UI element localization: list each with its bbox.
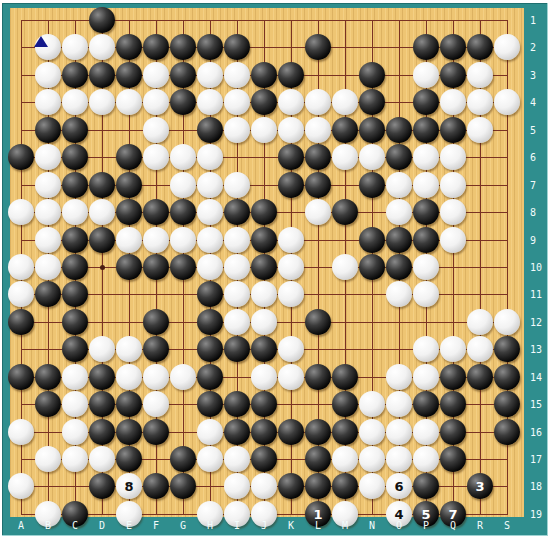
row-label: 16	[530, 427, 542, 438]
stone-black[interactable]	[251, 254, 277, 280]
stone-white[interactable]	[143, 62, 169, 88]
stone-white[interactable]	[494, 34, 520, 60]
triangle-marker-icon	[34, 36, 48, 47]
column-label: R	[477, 520, 483, 531]
stone-white[interactable]	[35, 34, 61, 60]
stone-black[interactable]	[170, 254, 196, 280]
stone-white[interactable]	[251, 117, 277, 143]
stone-white[interactable]	[224, 446, 250, 472]
stone-white[interactable]	[224, 62, 250, 88]
stone-black[interactable]	[440, 62, 466, 88]
stone-black[interactable]	[143, 199, 169, 225]
stone-black[interactable]	[143, 34, 169, 60]
stone-black[interactable]	[62, 62, 88, 88]
column-label: P	[423, 520, 429, 531]
stone-white[interactable]	[413, 336, 439, 362]
stone-black[interactable]	[332, 199, 358, 225]
stone-black[interactable]	[359, 227, 385, 253]
stone-white[interactable]	[143, 89, 169, 115]
stone-white[interactable]	[251, 473, 277, 499]
column-label: D	[99, 520, 105, 531]
stone-black[interactable]	[278, 419, 304, 445]
stone-black[interactable]	[413, 34, 439, 60]
move-number-label: 4	[394, 508, 403, 521]
stone-black[interactable]	[494, 364, 520, 390]
move-number-label: 8	[124, 480, 133, 493]
stone-black[interactable]	[35, 364, 61, 390]
stone-black[interactable]	[116, 62, 142, 88]
stone-black[interactable]	[89, 227, 115, 253]
stone-black[interactable]	[359, 254, 385, 280]
row-label: 12	[530, 317, 542, 328]
stone-black[interactable]	[89, 62, 115, 88]
stone-white[interactable]	[143, 144, 169, 170]
stone-white[interactable]	[89, 199, 115, 225]
stone-white[interactable]	[386, 419, 412, 445]
stone-black[interactable]	[494, 391, 520, 417]
row-label: 9	[530, 235, 536, 246]
stone-black[interactable]	[116, 446, 142, 472]
stone-black[interactable]	[197, 364, 223, 390]
stone-black[interactable]	[170, 62, 196, 88]
stone-black[interactable]	[197, 117, 223, 143]
column-label: B	[45, 520, 51, 531]
stone-white[interactable]	[386, 364, 412, 390]
stone-black[interactable]	[467, 34, 493, 60]
stone-black[interactable]	[278, 172, 304, 198]
stone-white[interactable]	[413, 446, 439, 472]
stone-white[interactable]	[305, 89, 331, 115]
stone-black[interactable]	[89, 7, 115, 33]
stone-black[interactable]	[413, 89, 439, 115]
stone-white[interactable]	[116, 364, 142, 390]
column-label: I	[234, 520, 240, 531]
stone-white[interactable]	[89, 336, 115, 362]
column-label: A	[18, 520, 24, 531]
stone-white[interactable]	[62, 364, 88, 390]
stone-white[interactable]	[116, 227, 142, 253]
stone-white[interactable]	[197, 446, 223, 472]
stone-black[interactable]	[440, 419, 466, 445]
stone-white[interactable]	[278, 281, 304, 307]
move-number-label: 6	[394, 480, 403, 493]
stone-black[interactable]	[197, 391, 223, 417]
stone-white[interactable]	[197, 254, 223, 280]
stone-white[interactable]	[143, 391, 169, 417]
move-number-label: 1	[313, 508, 322, 521]
row-label: 19	[530, 509, 542, 520]
column-label: H	[207, 520, 213, 531]
stone-white[interactable]	[224, 117, 250, 143]
stone-white[interactable]	[8, 199, 34, 225]
stone-black[interactable]	[170, 89, 196, 115]
row-label: 13	[530, 344, 542, 355]
stone-black[interactable]	[386, 227, 412, 253]
stone-black[interactable]	[413, 227, 439, 253]
stone-black[interactable]	[305, 172, 331, 198]
stone-white[interactable]	[224, 227, 250, 253]
stone-white[interactable]	[35, 144, 61, 170]
stone-black[interactable]	[224, 199, 250, 225]
stone-white[interactable]	[197, 89, 223, 115]
stone-black[interactable]	[197, 281, 223, 307]
stone-black[interactable]	[494, 336, 520, 362]
move-number-label: 3	[475, 480, 484, 493]
stone-black[interactable]	[116, 254, 142, 280]
stone-white[interactable]	[35, 254, 61, 280]
stone-white[interactable]	[251, 281, 277, 307]
stone-white[interactable]	[116, 336, 142, 362]
stone-white[interactable]	[251, 309, 277, 335]
stone-white[interactable]	[35, 62, 61, 88]
stone-black[interactable]	[278, 62, 304, 88]
stone-white[interactable]	[467, 89, 493, 115]
column-label: E	[126, 520, 132, 531]
stone-white[interactable]	[386, 199, 412, 225]
stone-white[interactable]	[413, 419, 439, 445]
stone-black[interactable]	[251, 391, 277, 417]
stone-white[interactable]	[197, 419, 223, 445]
stone-black[interactable]	[35, 281, 61, 307]
stone-white[interactable]	[359, 446, 385, 472]
stone-white[interactable]	[35, 89, 61, 115]
stone-black[interactable]	[224, 419, 250, 445]
go-board[interactable]: 8631457	[10, 8, 524, 517]
stone-black[interactable]	[116, 419, 142, 445]
stone-black[interactable]	[62, 172, 88, 198]
row-label: 5	[530, 125, 536, 136]
row-label: 11	[530, 289, 542, 300]
stone-white[interactable]	[440, 89, 466, 115]
stone-black[interactable]	[413, 199, 439, 225]
row-label: 3	[530, 70, 536, 81]
stone-white[interactable]	[386, 446, 412, 472]
stone-white[interactable]	[116, 89, 142, 115]
stone-white[interactable]	[440, 227, 466, 253]
stone-white[interactable]	[89, 446, 115, 472]
stone-black[interactable]	[170, 446, 196, 472]
stone-white[interactable]	[170, 227, 196, 253]
move-number-label: 5	[421, 508, 430, 521]
stone-white[interactable]	[251, 364, 277, 390]
stone-white[interactable]	[170, 364, 196, 390]
stone-black[interactable]	[116, 391, 142, 417]
stone-white[interactable]	[305, 199, 331, 225]
stone-black[interactable]	[89, 419, 115, 445]
row-label: 14	[530, 372, 542, 383]
stone-white[interactable]	[332, 254, 358, 280]
stone-black[interactable]	[251, 419, 277, 445]
stone-black[interactable]	[224, 34, 250, 60]
stone-white[interactable]	[197, 144, 223, 170]
row-label: 17	[530, 454, 542, 465]
stone-black[interactable]	[143, 419, 169, 445]
stone-black[interactable]	[62, 117, 88, 143]
row-label: 2	[530, 42, 536, 53]
stone-white[interactable]	[332, 89, 358, 115]
stone-white[interactable]	[440, 199, 466, 225]
stone-white[interactable]	[62, 419, 88, 445]
stone-white[interactable]	[467, 117, 493, 143]
stone-black[interactable]	[440, 117, 466, 143]
stone-white[interactable]	[332, 144, 358, 170]
row-label: 1	[530, 15, 536, 26]
stone-white[interactable]	[62, 34, 88, 60]
stone-white[interactable]	[197, 62, 223, 88]
stone-white[interactable]	[494, 89, 520, 115]
stone-black[interactable]	[251, 446, 277, 472]
stone-white[interactable]	[413, 144, 439, 170]
stone-black[interactable]	[89, 172, 115, 198]
stone-white[interactable]	[35, 172, 61, 198]
stone-white[interactable]	[35, 227, 61, 253]
stone-white[interactable]	[35, 199, 61, 225]
row-label: 8	[530, 207, 536, 218]
stone-white[interactable]	[224, 473, 250, 499]
stone-black[interactable]	[224, 336, 250, 362]
stone-white[interactable]	[278, 254, 304, 280]
stone-white[interactable]	[359, 144, 385, 170]
stone-black[interactable]	[251, 227, 277, 253]
stone-white[interactable]	[359, 473, 385, 499]
stone-black[interactable]	[251, 62, 277, 88]
stone-white[interactable]	[224, 309, 250, 335]
stone-black[interactable]	[440, 364, 466, 390]
stone-black[interactable]	[143, 336, 169, 362]
stone-black[interactable]	[8, 364, 34, 390]
row-label: 7	[530, 180, 536, 191]
stone-black[interactable]	[440, 391, 466, 417]
stone-white[interactable]	[89, 34, 115, 60]
stone-black[interactable]	[62, 309, 88, 335]
stone-white[interactable]	[278, 117, 304, 143]
stone-white[interactable]	[62, 89, 88, 115]
row-label: 6	[530, 152, 536, 163]
stone-black[interactable]	[440, 446, 466, 472]
stone-white[interactable]	[224, 254, 250, 280]
stone-black[interactable]	[62, 254, 88, 280]
stone-white[interactable]	[224, 281, 250, 307]
stone-white[interactable]	[440, 336, 466, 362]
stone-white[interactable]	[224, 172, 250, 198]
move-number-label: 7	[448, 508, 457, 521]
row-label: 18	[530, 481, 542, 492]
stone-white[interactable]	[386, 172, 412, 198]
stone-black[interactable]	[413, 117, 439, 143]
stone-black[interactable]	[89, 391, 115, 417]
stone-white[interactable]	[143, 364, 169, 390]
stone-black[interactable]	[8, 144, 34, 170]
stone-white[interactable]	[8, 281, 34, 307]
stone-black[interactable]	[251, 199, 277, 225]
stone-black[interactable]	[359, 62, 385, 88]
stone-black[interactable]	[62, 336, 88, 362]
stone-white[interactable]	[35, 446, 61, 472]
stone-white[interactable]	[278, 336, 304, 362]
stone-white[interactable]	[224, 89, 250, 115]
column-label: C	[72, 520, 78, 531]
stone-black[interactable]	[197, 336, 223, 362]
stone-white[interactable]	[359, 391, 385, 417]
stone-black[interactable]	[143, 309, 169, 335]
column-label: K	[288, 520, 294, 531]
column-label: M	[342, 520, 348, 531]
stone-black[interactable]	[332, 473, 358, 499]
stone-black[interactable]	[305, 473, 331, 499]
stone-black[interactable]	[440, 34, 466, 60]
stone-black[interactable]	[278, 144, 304, 170]
stone-white[interactable]	[197, 227, 223, 253]
stone-black[interactable]	[359, 89, 385, 115]
stone-white[interactable]	[413, 172, 439, 198]
stone-black[interactable]	[359, 117, 385, 143]
stone-black[interactable]	[143, 254, 169, 280]
stone-black[interactable]	[35, 117, 61, 143]
column-label: G	[180, 520, 186, 531]
stone-white[interactable]	[8, 419, 34, 445]
stone-white[interactable]	[386, 391, 412, 417]
stone-white[interactable]	[143, 227, 169, 253]
stone-white[interactable]	[62, 199, 88, 225]
stone-black[interactable]	[386, 117, 412, 143]
column-label: N	[369, 520, 375, 531]
stone-black[interactable]	[305, 309, 331, 335]
stone-white[interactable]	[386, 281, 412, 307]
stone-black[interactable]	[62, 144, 88, 170]
stone-white[interactable]	[170, 172, 196, 198]
stone-white[interactable]	[278, 227, 304, 253]
stone-white[interactable]	[278, 89, 304, 115]
stone-black[interactable]	[305, 34, 331, 60]
star-point	[100, 265, 105, 270]
stone-black[interactable]	[467, 364, 493, 390]
stone-white[interactable]	[62, 391, 88, 417]
row-label: 10	[530, 262, 542, 273]
stone-white[interactable]	[467, 309, 493, 335]
stone-white[interactable]	[170, 144, 196, 170]
stone-white[interactable]	[359, 419, 385, 445]
go-app-window: 8631457 ABCDEFGHIJKLMNOPQRS 123456789101…	[0, 0, 550, 541]
stone-black[interactable]	[62, 227, 88, 253]
stone-white[interactable]	[197, 172, 223, 198]
stone-black[interactable]	[116, 199, 142, 225]
stone-black[interactable]	[305, 364, 331, 390]
stone-white[interactable]	[197, 199, 223, 225]
stone-black[interactable]	[62, 281, 88, 307]
stone-black[interactable]	[413, 391, 439, 417]
stone-white[interactable]	[413, 364, 439, 390]
stone-black[interactable]	[413, 473, 439, 499]
stone-black[interactable]	[197, 309, 223, 335]
stone-white[interactable]	[278, 364, 304, 390]
stone-black[interactable]	[116, 144, 142, 170]
row-label: 15	[530, 399, 542, 410]
stone-white[interactable]: 6	[386, 473, 412, 499]
stone-white[interactable]	[332, 446, 358, 472]
stone-white[interactable]	[305, 117, 331, 143]
stone-black[interactable]	[116, 34, 142, 60]
stone-white[interactable]	[8, 254, 34, 280]
stone-black[interactable]	[278, 473, 304, 499]
stone-black[interactable]	[332, 117, 358, 143]
stone-black[interactable]	[305, 419, 331, 445]
stone-black[interactable]	[143, 473, 169, 499]
stone-white[interactable]	[62, 446, 88, 472]
stone-black[interactable]	[332, 419, 358, 445]
stone-black[interactable]	[197, 34, 223, 60]
board-frame: 8631457 ABCDEFGHIJKLMNOPQRS 123456789101…	[2, 3, 548, 536]
stone-black[interactable]	[332, 364, 358, 390]
stone-black[interactable]	[305, 446, 331, 472]
stone-white[interactable]	[89, 89, 115, 115]
row-label: 4	[530, 97, 536, 108]
stone-white[interactable]	[8, 473, 34, 499]
stone-white[interactable]	[413, 254, 439, 280]
stone-black[interactable]	[386, 144, 412, 170]
stone-black[interactable]	[251, 336, 277, 362]
stone-white[interactable]	[467, 62, 493, 88]
stone-white[interactable]: 8	[116, 473, 142, 499]
stone-black[interactable]	[170, 473, 196, 499]
stone-black[interactable]	[89, 473, 115, 499]
stone-black[interactable]	[170, 34, 196, 60]
stone-black[interactable]	[386, 254, 412, 280]
column-label: J	[261, 520, 267, 531]
stone-black[interactable]	[251, 89, 277, 115]
stone-black[interactable]	[89, 364, 115, 390]
column-label: L	[315, 520, 321, 531]
stone-black[interactable]	[332, 391, 358, 417]
stone-white[interactable]	[494, 309, 520, 335]
stone-white[interactable]	[440, 144, 466, 170]
stone-white[interactable]	[413, 62, 439, 88]
stone-white[interactable]	[143, 117, 169, 143]
stone-white[interactable]	[413, 281, 439, 307]
column-label: O	[396, 520, 402, 531]
stone-black[interactable]	[170, 199, 196, 225]
stone-black[interactable]	[224, 391, 250, 417]
stone-black[interactable]	[116, 172, 142, 198]
column-label: S	[504, 520, 510, 531]
stone-white[interactable]	[467, 336, 493, 362]
stone-black[interactable]	[35, 391, 61, 417]
stone-black[interactable]	[8, 309, 34, 335]
column-label: F	[153, 520, 159, 531]
stone-black[interactable]	[359, 172, 385, 198]
stone-black[interactable]	[305, 144, 331, 170]
stone-white[interactable]	[440, 172, 466, 198]
column-label: Q	[450, 520, 456, 531]
stone-black[interactable]: 3	[467, 473, 493, 499]
stone-black[interactable]	[494, 419, 520, 445]
